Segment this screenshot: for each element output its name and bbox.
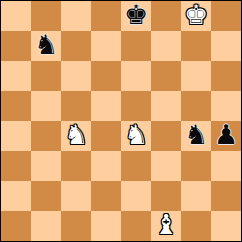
square-h3[interactable]: [211, 151, 241, 181]
black-pawn-icon[interactable]: ♟: [214, 120, 238, 150]
square-d1[interactable]: [91, 211, 121, 241]
square-a1[interactable]: [1, 211, 31, 241]
white-knight-icon[interactable]: ♞: [124, 120, 148, 150]
square-e8[interactable]: ♚: [121, 1, 151, 31]
square-g5[interactable]: [181, 91, 211, 121]
black-knight-icon[interactable]: ♞: [184, 120, 208, 150]
square-c6[interactable]: [61, 61, 91, 91]
square-a8[interactable]: [1, 1, 31, 31]
square-f5[interactable]: [151, 91, 181, 121]
square-d2[interactable]: [91, 181, 121, 211]
square-g2[interactable]: [181, 181, 211, 211]
square-b6[interactable]: [31, 61, 61, 91]
square-b3[interactable]: [31, 151, 61, 181]
square-g6[interactable]: [181, 61, 211, 91]
square-h5[interactable]: [211, 91, 241, 121]
white-knight-icon[interactable]: ♞: [64, 120, 88, 150]
square-g7[interactable]: [181, 31, 211, 61]
square-e7[interactable]: [121, 31, 151, 61]
square-c5[interactable]: [61, 91, 91, 121]
square-d6[interactable]: [91, 61, 121, 91]
square-c2[interactable]: [61, 181, 91, 211]
chess-board: ♚♚♞♞♞♞♟♝: [1, 1, 241, 241]
square-b8[interactable]: [31, 1, 61, 31]
black-king-icon[interactable]: ♚: [124, 0, 148, 30]
square-a6[interactable]: [1, 61, 31, 91]
square-d8[interactable]: [91, 1, 121, 31]
square-e6[interactable]: [121, 61, 151, 91]
square-e5[interactable]: [121, 91, 151, 121]
square-b7[interactable]: ♞: [31, 31, 61, 61]
white-bishop-icon[interactable]: ♝: [154, 210, 178, 240]
square-f2[interactable]: [151, 181, 181, 211]
square-f7[interactable]: [151, 31, 181, 61]
square-c3[interactable]: [61, 151, 91, 181]
square-a4[interactable]: [1, 121, 31, 151]
square-h6[interactable]: [211, 61, 241, 91]
square-f1[interactable]: ♝: [151, 211, 181, 241]
square-f3[interactable]: [151, 151, 181, 181]
square-c4[interactable]: ♞: [61, 121, 91, 151]
square-f4[interactable]: [151, 121, 181, 151]
square-b4[interactable]: [31, 121, 61, 151]
square-e3[interactable]: [121, 151, 151, 181]
square-a5[interactable]: [1, 91, 31, 121]
chess-board-frame: ♚♚♞♞♞♞♟♝: [0, 0, 242, 242]
square-g1[interactable]: [181, 211, 211, 241]
square-h8[interactable]: [211, 1, 241, 31]
white-king-icon[interactable]: ♚: [184, 0, 208, 30]
square-c8[interactable]: [61, 1, 91, 31]
square-f8[interactable]: [151, 1, 181, 31]
square-d5[interactable]: [91, 91, 121, 121]
square-c7[interactable]: [61, 31, 91, 61]
square-g3[interactable]: [181, 151, 211, 181]
square-b5[interactable]: [31, 91, 61, 121]
square-e2[interactable]: [121, 181, 151, 211]
square-e1[interactable]: [121, 211, 151, 241]
square-h1[interactable]: [211, 211, 241, 241]
square-a3[interactable]: [1, 151, 31, 181]
square-g4[interactable]: ♞: [181, 121, 211, 151]
square-a7[interactable]: [1, 31, 31, 61]
square-h2[interactable]: [211, 181, 241, 211]
square-g8[interactable]: ♚: [181, 1, 211, 31]
square-c1[interactable]: [61, 211, 91, 241]
square-d7[interactable]: [91, 31, 121, 61]
square-a2[interactable]: [1, 181, 31, 211]
square-d4[interactable]: [91, 121, 121, 151]
square-b1[interactable]: [31, 211, 61, 241]
square-e4[interactable]: ♞: [121, 121, 151, 151]
square-h7[interactable]: [211, 31, 241, 61]
square-h4[interactable]: ♟: [211, 121, 241, 151]
square-b2[interactable]: [31, 181, 61, 211]
square-f6[interactable]: [151, 61, 181, 91]
black-knight-icon[interactable]: ♞: [34, 30, 58, 60]
square-d3[interactable]: [91, 151, 121, 181]
